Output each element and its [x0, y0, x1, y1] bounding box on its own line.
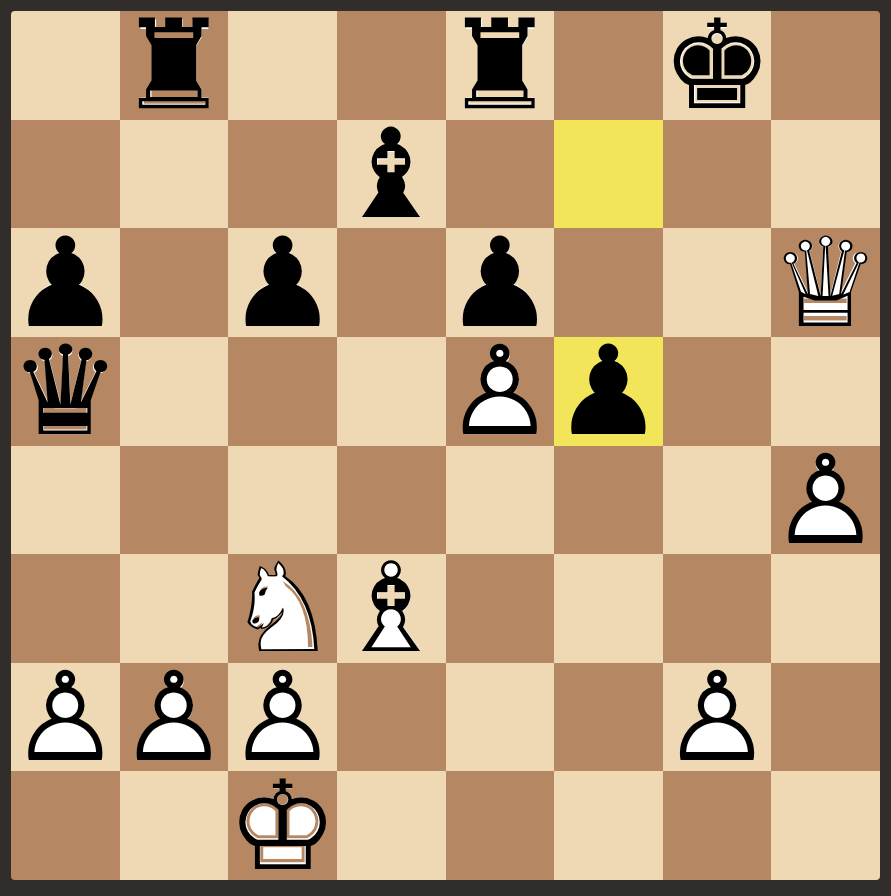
square-h7[interactable] — [771, 120, 880, 229]
square-f7[interactable] — [554, 120, 663, 229]
piece-fill-layer: ♟ — [13, 664, 118, 769]
square-e1[interactable] — [446, 771, 555, 880]
square-a8[interactable] — [11, 11, 120, 120]
white-queen-piece[interactable]: ♛♕ — [771, 228, 880, 337]
square-f5[interactable]: ♙♟ — [554, 337, 663, 446]
piece-fill-layer: ♙ — [447, 230, 552, 335]
piece-fill-layer: ♚ — [230, 773, 335, 878]
piece-fill-layer: ♙ — [556, 339, 661, 444]
piece-fill-layer: ♞ — [230, 556, 335, 661]
white-pawn-piece[interactable]: ♟♙ — [663, 663, 772, 772]
white-pawn-piece[interactable]: ♟♙ — [120, 663, 229, 772]
square-b4[interactable] — [120, 446, 229, 555]
square-d7[interactable]: ♗♝ — [337, 120, 446, 229]
square-g4[interactable] — [663, 446, 772, 555]
piece-fill-layer: ♟ — [121, 664, 226, 769]
square-e2[interactable] — [446, 663, 555, 772]
square-h4[interactable]: ♟♙ — [771, 446, 880, 555]
square-g5[interactable] — [663, 337, 772, 446]
white-pawn-piece[interactable]: ♟♙ — [11, 663, 120, 772]
white-knight-piece[interactable]: ♞♘ — [228, 554, 337, 663]
piece-fill-layer: ♟ — [664, 664, 769, 769]
square-b7[interactable] — [120, 120, 229, 229]
black-pawn-piece[interactable]: ♙♟ — [446, 228, 555, 337]
piece-fill-layer: ♕ — [13, 339, 118, 444]
black-pawn-piece[interactable]: ♙♟ — [554, 337, 663, 446]
square-f2[interactable] — [554, 663, 663, 772]
black-pawn-piece[interactable]: ♙♟ — [228, 228, 337, 337]
square-g3[interactable] — [663, 554, 772, 663]
square-h2[interactable] — [771, 663, 880, 772]
square-c5[interactable] — [228, 337, 337, 446]
square-a5[interactable]: ♕♛ — [11, 337, 120, 446]
square-a4[interactable] — [11, 446, 120, 555]
square-c4[interactable] — [228, 446, 337, 555]
piece-outline-layer: ♜ — [120, 11, 229, 120]
chess-board: ♖♜♖♜♔♚♗♝♙♟♙♟♙♟♛♕♕♛♟♙♙♟♟♙♞♘♝♗♟♙♟♙♟♙♟♙♚♔ — [11, 11, 880, 880]
piece-outline-layer: ♔ — [228, 771, 337, 880]
square-a2[interactable]: ♟♙ — [11, 663, 120, 772]
board-frame: ♖♜♖♜♔♚♗♝♙♟♙♟♙♟♛♕♕♛♟♙♙♟♟♙♞♘♝♗♟♙♟♙♟♙♟♙♚♔ — [0, 0, 891, 896]
piece-outline-layer: ♙ — [663, 663, 772, 772]
piece-outline-layer: ♙ — [11, 663, 120, 772]
piece-outline-layer: ♙ — [120, 663, 229, 772]
square-d3[interactable]: ♝♗ — [337, 554, 446, 663]
piece-outline-layer: ♙ — [771, 446, 880, 555]
black-bishop-piece[interactable]: ♗♝ — [337, 120, 446, 229]
piece-outline-layer: ♕ — [771, 228, 880, 337]
square-b3[interactable] — [120, 554, 229, 663]
black-rook-piece[interactable]: ♖♜ — [446, 11, 555, 120]
piece-fill-layer: ♖ — [447, 13, 552, 118]
square-f1[interactable] — [554, 771, 663, 880]
piece-outline-layer: ♝ — [337, 120, 446, 229]
square-a6[interactable]: ♙♟ — [11, 228, 120, 337]
black-rook-piece[interactable]: ♖♜ — [120, 11, 229, 120]
piece-fill-layer: ♖ — [121, 13, 226, 118]
white-king-piece[interactable]: ♚♔ — [228, 771, 337, 880]
square-h1[interactable] — [771, 771, 880, 880]
piece-outline-layer: ♟ — [554, 337, 663, 446]
piece-fill-layer: ♝ — [339, 556, 444, 661]
square-e6[interactable]: ♙♟ — [446, 228, 555, 337]
white-pawn-piece[interactable]: ♟♙ — [228, 663, 337, 772]
piece-outline-layer: ♘ — [228, 554, 337, 663]
square-h8[interactable] — [771, 11, 880, 120]
square-g7[interactable] — [663, 120, 772, 229]
square-b1[interactable] — [120, 771, 229, 880]
piece-outline-layer: ♚ — [663, 11, 772, 120]
square-f3[interactable] — [554, 554, 663, 663]
piece-outline-layer: ♟ — [11, 228, 120, 337]
square-b5[interactable] — [120, 337, 229, 446]
piece-fill-layer: ♔ — [664, 13, 769, 118]
piece-outline-layer: ♗ — [337, 554, 446, 663]
white-pawn-piece[interactable]: ♟♙ — [446, 337, 555, 446]
square-c3[interactable]: ♞♘ — [228, 554, 337, 663]
square-b8[interactable]: ♖♜ — [120, 11, 229, 120]
square-d4[interactable] — [337, 446, 446, 555]
white-pawn-piece[interactable]: ♟♙ — [771, 446, 880, 555]
piece-fill-layer: ♟ — [230, 664, 335, 769]
square-a1[interactable] — [11, 771, 120, 880]
square-g2[interactable]: ♟♙ — [663, 663, 772, 772]
square-d2[interactable] — [337, 663, 446, 772]
square-g8[interactable]: ♔♚ — [663, 11, 772, 120]
piece-fill-layer: ♛ — [773, 230, 878, 335]
black-king-piece[interactable]: ♔♚ — [663, 11, 772, 120]
square-f4[interactable] — [554, 446, 663, 555]
piece-outline-layer: ♜ — [446, 11, 555, 120]
square-c6[interactable]: ♙♟ — [228, 228, 337, 337]
square-e5[interactable]: ♟♙ — [446, 337, 555, 446]
square-h5[interactable] — [771, 337, 880, 446]
black-pawn-piece[interactable]: ♙♟ — [11, 228, 120, 337]
piece-outline-layer: ♙ — [446, 337, 555, 446]
square-e7[interactable] — [446, 120, 555, 229]
square-d1[interactable] — [337, 771, 446, 880]
square-c8[interactable] — [228, 11, 337, 120]
piece-fill-layer: ♙ — [230, 230, 335, 335]
square-g1[interactable] — [663, 771, 772, 880]
square-d8[interactable] — [337, 11, 446, 120]
white-bishop-piece[interactable]: ♝♗ — [337, 554, 446, 663]
piece-fill-layer: ♗ — [339, 121, 444, 226]
square-b2[interactable]: ♟♙ — [120, 663, 229, 772]
square-d6[interactable] — [337, 228, 446, 337]
square-f6[interactable] — [554, 228, 663, 337]
square-e3[interactable] — [446, 554, 555, 663]
square-c1[interactable]: ♚♔ — [228, 771, 337, 880]
square-h3[interactable] — [771, 554, 880, 663]
square-a7[interactable] — [11, 120, 120, 229]
piece-outline-layer: ♛ — [11, 337, 120, 446]
square-h6[interactable]: ♛♕ — [771, 228, 880, 337]
piece-outline-layer: ♟ — [228, 228, 337, 337]
square-c2[interactable]: ♟♙ — [228, 663, 337, 772]
square-e4[interactable] — [446, 446, 555, 555]
black-queen-piece[interactable]: ♕♛ — [11, 337, 120, 446]
square-d5[interactable] — [337, 337, 446, 446]
piece-fill-layer: ♟ — [773, 447, 878, 552]
square-e8[interactable]: ♖♜ — [446, 11, 555, 120]
square-b6[interactable] — [120, 228, 229, 337]
piece-fill-layer: ♙ — [13, 230, 118, 335]
square-a3[interactable] — [11, 554, 120, 663]
square-f8[interactable] — [554, 11, 663, 120]
piece-outline-layer: ♙ — [228, 663, 337, 772]
piece-outline-layer: ♟ — [446, 228, 555, 337]
square-c7[interactable] — [228, 120, 337, 229]
square-g6[interactable] — [663, 228, 772, 337]
piece-fill-layer: ♟ — [447, 339, 552, 444]
